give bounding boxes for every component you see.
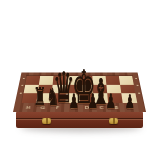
chess-piece-rook: ♜ <box>33 84 46 109</box>
rank-marker <box>138 93 140 94</box>
rank-marker <box>135 78 137 79</box>
brass-latch-icon <box>42 118 51 124</box>
rank-marker <box>19 93 21 94</box>
rank-marker <box>22 78 24 79</box>
chess-piece-pawn: ♟ <box>106 91 116 111</box>
box-seam <box>16 118 143 119</box>
chess-piece-pawn: ♟ <box>125 92 135 111</box>
product-photo-scene: H G F E D C B A ♜♞♛♟♚♟♝♟♟ <box>0 0 159 159</box>
rank-marker <box>21 85 23 86</box>
rank-marker <box>136 85 138 86</box>
brass-latch-icon <box>109 118 118 124</box>
